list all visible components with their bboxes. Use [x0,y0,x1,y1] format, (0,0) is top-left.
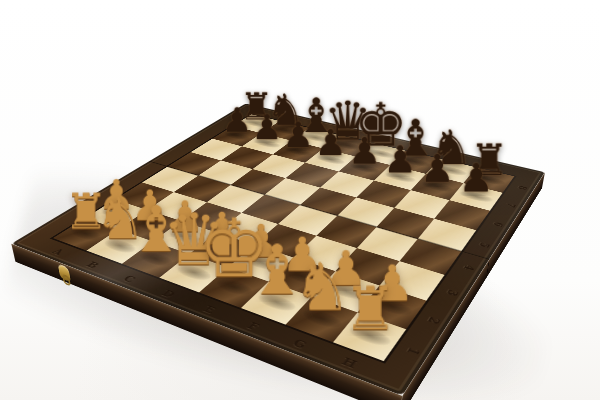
photo-stage: ABCDEFGH12345678 ♜♞♝♛♚♝♞♜♟♟♟♟♟♟♟♟♟♟♟♟♟♟♟… [0,0,600,400]
chess-board: ABCDEFGH12345678 ♜♞♝♛♚♝♞♜♟♟♟♟♟♟♟♟♟♟♟♟♟♟♟… [11,104,545,396]
fold-seam-notch [486,259,489,279]
scene: ABCDEFGH12345678 ♜♞♝♛♚♝♞♜♟♟♟♟♟♟♟♟♟♟♟♟♟♟♟… [0,0,600,400]
rook-glyph: ♜ [343,281,397,336]
